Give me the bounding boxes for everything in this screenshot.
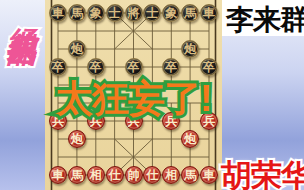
piece-black-horse-right[interactable]: 馬 (181, 4, 199, 22)
top-player-name-text: 李来群 (226, 4, 304, 35)
piece-red-general[interactable]: 帥 (125, 166, 143, 184)
bottom-player-name-text: 胡荣华 (221, 158, 304, 190)
piece-red-chariot-left[interactable]: 車 (49, 166, 67, 184)
piece-black-horse-left[interactable]: 馬 (68, 4, 86, 22)
piece-black-advisor-right[interactable]: 士 (143, 4, 161, 22)
piece-red-elephant-right[interactable]: 相 (162, 166, 180, 184)
top-player-name: 李来群 (226, 1, 304, 39)
piece-black-cannon-left[interactable]: 炮 (68, 40, 86, 58)
piece-black-elephant-right[interactable]: 象 (162, 4, 180, 22)
piece-red-cannon-left[interactable]: 炮 (68, 130, 86, 148)
bottom-player-name: 胡荣华 胡荣华 (221, 155, 304, 190)
piece-black-elephant-left[interactable]: 象 (87, 4, 105, 22)
piece-red-horse-right[interactable]: 馬 (181, 166, 199, 184)
piece-black-chariot-right[interactable]: 車 (200, 4, 218, 22)
piece-red-elephant-left[interactable]: 相 (87, 166, 105, 184)
piece-red-chariot-right[interactable]: 車 (200, 166, 218, 184)
piece-black-advisor-left[interactable]: 士 (106, 4, 124, 22)
video-frame: 車馬象士將士象馬車炮炮卒卒卒卒卒兵兵兵兵兵炮炮車馬相仕帥仕相馬車 太狂妄了! 太… (0, 0, 304, 190)
piece-red-cannon-right[interactable]: 炮 (181, 130, 199, 148)
left-vertical-caption-fill: 经典棋记出品 (5, 5, 39, 17)
piece-red-advisor-left[interactable]: 仕 (106, 166, 124, 184)
piece-black-cannon-right[interactable]: 炮 (181, 40, 199, 58)
banner-text-fill: 太狂妄了! (56, 78, 211, 119)
banner-text: 太狂妄了! 太狂妄了! (56, 74, 211, 124)
left-vertical-caption: 经典棋记出品 经典棋记出品 (4, 5, 40, 190)
piece-red-horse-left[interactable]: 馬 (68, 166, 86, 184)
piece-black-general[interactable]: 將 (125, 4, 143, 22)
piece-red-advisor-right[interactable]: 仕 (143, 166, 161, 184)
piece-black-chariot-left[interactable]: 車 (49, 4, 67, 22)
